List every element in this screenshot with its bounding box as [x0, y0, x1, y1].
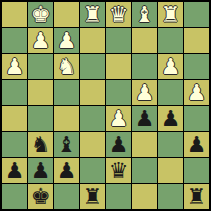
square-e6[interactable] — [80, 132, 105, 157]
square-g5[interactable] — [28, 106, 53, 131]
square-c8[interactable] — [132, 184, 157, 209]
square-a1[interactable] — [184, 2, 209, 27]
square-c2[interactable] — [132, 28, 157, 53]
square-h4[interactable] — [2, 80, 27, 105]
square-d8[interactable] — [106, 184, 131, 209]
square-d4[interactable] — [106, 80, 131, 105]
piece-white-bishop[interactable]: ♝ — [135, 2, 155, 27]
piece-white-pawn[interactable]: ♟ — [187, 80, 207, 105]
square-c5[interactable]: ♟ — [132, 106, 157, 131]
square-e3[interactable] — [80, 54, 105, 79]
square-a5[interactable] — [184, 106, 209, 131]
piece-white-king[interactable]: ♚ — [31, 2, 51, 27]
piece-black-king[interactable]: ♚ — [31, 184, 51, 209]
square-e5[interactable] — [80, 106, 105, 131]
square-a2[interactable] — [184, 28, 209, 53]
piece-black-pawn[interactable]: ♟ — [109, 132, 129, 157]
square-h7[interactable]: ♟ — [2, 158, 27, 183]
square-f8[interactable] — [54, 184, 79, 209]
square-g6[interactable]: ♞ — [28, 132, 53, 157]
square-h8[interactable] — [2, 184, 27, 209]
piece-black-knight[interactable]: ♞ — [31, 132, 51, 157]
square-g2[interactable]: ♟ — [28, 28, 53, 53]
square-a8[interactable]: ♜ — [184, 184, 209, 209]
square-f5[interactable] — [54, 106, 79, 131]
piece-black-pawn[interactable]: ♟ — [135, 106, 155, 131]
square-d1[interactable]: ♛ — [106, 2, 131, 27]
square-e7[interactable] — [80, 158, 105, 183]
square-c3[interactable] — [132, 54, 157, 79]
square-a4[interactable]: ♟ — [184, 80, 209, 105]
square-f1[interactable] — [54, 2, 79, 27]
square-f6[interactable]: ♝ — [54, 132, 79, 157]
square-c7[interactable] — [132, 158, 157, 183]
square-b5[interactable]: ♟ — [158, 106, 183, 131]
piece-white-rook[interactable]: ♜ — [161, 2, 181, 27]
square-h1[interactable] — [2, 2, 27, 27]
square-h6[interactable] — [2, 132, 27, 157]
square-g4[interactable] — [28, 80, 53, 105]
piece-white-rook[interactable]: ♜ — [83, 2, 103, 27]
piece-white-pawn[interactable]: ♟ — [135, 80, 155, 105]
piece-black-pawn[interactable]: ♟ — [5, 158, 25, 183]
piece-white-knight[interactable]: ♞ — [57, 54, 77, 79]
square-a6[interactable]: ♟ — [184, 132, 209, 157]
piece-black-pawn[interactable]: ♟ — [57, 158, 77, 183]
piece-black-rook[interactable]: ♜ — [187, 184, 207, 209]
piece-white-pawn[interactable]: ♟ — [109, 106, 129, 131]
piece-black-bishop[interactable]: ♝ — [57, 132, 77, 157]
piece-black-pawn[interactable]: ♟ — [161, 106, 181, 131]
piece-black-rook[interactable]: ♜ — [83, 184, 103, 209]
piece-black-pawn[interactable]: ♟ — [187, 132, 207, 157]
square-c4[interactable]: ♟ — [132, 80, 157, 105]
piece-white-pawn[interactable]: ♟ — [31, 28, 51, 53]
square-f7[interactable]: ♟ — [54, 158, 79, 183]
square-d2[interactable] — [106, 28, 131, 53]
square-g7[interactable]: ♟ — [28, 158, 53, 183]
square-b2[interactable] — [158, 28, 183, 53]
piece-white-queen[interactable]: ♛ — [109, 2, 129, 27]
piece-white-pawn[interactable]: ♟ — [5, 54, 25, 79]
square-c6[interactable] — [132, 132, 157, 157]
square-b8[interactable] — [158, 184, 183, 209]
square-g3[interactable] — [28, 54, 53, 79]
square-h3[interactable]: ♟ — [2, 54, 27, 79]
square-f4[interactable] — [54, 80, 79, 105]
square-f2[interactable]: ♟ — [54, 28, 79, 53]
square-f3[interactable]: ♞ — [54, 54, 79, 79]
piece-black-queen[interactable]: ♛ — [109, 158, 129, 183]
square-b3[interactable]: ♟ — [158, 54, 183, 79]
square-e4[interactable] — [80, 80, 105, 105]
square-g8[interactable]: ♚ — [28, 184, 53, 209]
square-h2[interactable] — [2, 28, 27, 53]
square-b7[interactable] — [158, 158, 183, 183]
square-c1[interactable]: ♝ — [132, 2, 157, 27]
square-a3[interactable] — [184, 54, 209, 79]
square-g1[interactable]: ♚ — [28, 2, 53, 27]
square-b1[interactable]: ♜ — [158, 2, 183, 27]
chess-board-frame: ♚♜♛♝♜♟♟♟♞♟♟♟♟♟♟♞♝♟♟♟♟♟♛♚♜♜ — [0, 0, 211, 211]
square-d7[interactable]: ♛ — [106, 158, 131, 183]
piece-black-pawn[interactable]: ♟ — [31, 158, 51, 183]
square-e1[interactable]: ♜ — [80, 2, 105, 27]
piece-white-pawn[interactable]: ♟ — [57, 28, 77, 53]
piece-white-pawn[interactable]: ♟ — [161, 54, 181, 79]
square-a7[interactable] — [184, 158, 209, 183]
square-e2[interactable] — [80, 28, 105, 53]
square-d6[interactable]: ♟ — [106, 132, 131, 157]
square-e8[interactable]: ♜ — [80, 184, 105, 209]
square-h5[interactable] — [2, 106, 27, 131]
chess-board: ♚♜♛♝♜♟♟♟♞♟♟♟♟♟♟♞♝♟♟♟♟♟♛♚♜♜ — [2, 2, 209, 209]
square-b6[interactable] — [158, 132, 183, 157]
square-d3[interactable] — [106, 54, 131, 79]
square-b4[interactable] — [158, 80, 183, 105]
square-d5[interactable]: ♟ — [106, 106, 131, 131]
